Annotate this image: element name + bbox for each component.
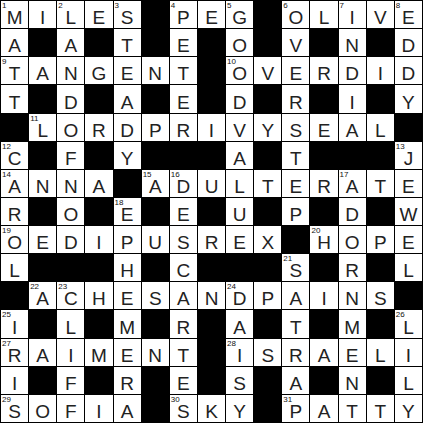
cell-r10c3[interactable]: H <box>85 282 112 309</box>
cell-r0c1[interactable]: I <box>29 1 56 28</box>
cell-r8c8[interactable]: E <box>226 226 253 253</box>
cell-letter: A <box>121 92 134 113</box>
cell-r1c2[interactable]: A <box>57 29 84 56</box>
cell-letter: D <box>233 288 247 309</box>
cell-r0c2[interactable]: 2L <box>57 1 84 28</box>
cell-r5c4[interactable]: Y <box>114 142 141 169</box>
cell-r2c9[interactable]: V <box>254 57 281 84</box>
cell-r4c5[interactable]: P <box>142 114 169 141</box>
cell-letter: H <box>120 260 134 281</box>
cell-letter: L <box>234 176 245 197</box>
cell-r7c4[interactable]: 18E <box>114 198 141 225</box>
cell-r10c10[interactable]: A <box>282 282 309 309</box>
cell-r6c14[interactable]: E <box>395 170 422 197</box>
black-cell-r5c13 <box>367 142 394 169</box>
cell-r3c4[interactable]: A <box>114 85 141 112</box>
cell-r4c1[interactable]: 11L <box>29 114 56 141</box>
cell-r9c0[interactable]: L <box>1 254 28 281</box>
cell-r6c1[interactable]: N <box>29 170 56 197</box>
cell-r8c0[interactable]: 19O <box>1 226 28 253</box>
clue-number-2: 2 <box>58 1 62 10</box>
cell-letter: A <box>290 373 303 394</box>
cell-letter: P <box>121 232 134 253</box>
clue-number-31: 31 <box>283 395 292 404</box>
black-cell-r5c12 <box>339 142 366 169</box>
cell-r0c10[interactable]: 6O <box>282 1 309 28</box>
clue-number-30: 30 <box>171 395 180 404</box>
cell-r4c3[interactable]: R <box>85 114 112 141</box>
cell-r5c0[interactable]: 12C <box>1 142 28 169</box>
cell-r3c14[interactable]: Y <box>395 85 422 112</box>
cell-r2c6[interactable]: T <box>170 57 197 84</box>
cell-r3c8[interactable]: D <box>226 85 253 112</box>
cell-letter: I <box>209 120 214 141</box>
cell-letter: E <box>177 35 190 56</box>
black-cell-r3c5 <box>142 85 169 112</box>
cell-r14c1[interactable]: O <box>29 395 56 422</box>
cell-r12c5[interactable]: N <box>142 339 169 366</box>
cell-letter: A <box>233 148 246 169</box>
cell-r2c10[interactable]: E <box>282 57 309 84</box>
cell-r12c9[interactable]: S <box>254 339 281 366</box>
cell-r7c10[interactable]: P <box>282 198 309 225</box>
cell-letter: I <box>350 92 355 113</box>
cell-r2c13[interactable]: I <box>367 57 394 84</box>
cell-r5c10[interactable]: T <box>282 142 309 169</box>
cell-r12c12[interactable]: E <box>339 339 366 366</box>
cell-r1c8[interactable]: O <box>226 29 253 56</box>
cell-r14c4[interactable]: A <box>114 395 141 422</box>
cell-r0c13[interactable]: V <box>367 1 394 28</box>
cell-r14c8[interactable]: Y <box>226 395 253 422</box>
cell-r6c9[interactable]: T <box>254 170 281 197</box>
cell-letter: E <box>290 176 303 197</box>
black-cell-r7c7 <box>198 198 225 225</box>
cell-letter: A <box>121 401 134 422</box>
cell-letter: U <box>148 232 162 253</box>
cell-letter: I <box>237 345 242 366</box>
cell-letter: A <box>8 176 21 197</box>
clue-number-10: 10 <box>227 57 236 66</box>
cell-r8c7[interactable]: R <box>198 226 225 253</box>
cell-letter: J <box>404 148 414 169</box>
cell-letter: A <box>149 176 162 197</box>
cell-r8c1[interactable]: E <box>29 226 56 253</box>
cell-r4c13[interactable]: L <box>367 114 394 141</box>
cell-r10c6[interactable]: A <box>170 282 197 309</box>
cell-r13c8[interactable]: S <box>226 367 253 394</box>
cell-letter: R <box>8 345 22 366</box>
cell-letter: E <box>205 7 218 28</box>
cell-r12c0[interactable]: 27R <box>1 339 28 366</box>
cell-r2c8[interactable]: 10O <box>226 57 253 84</box>
cell-letter: A <box>36 288 49 309</box>
black-cell-r3c13 <box>367 85 394 112</box>
cell-r5c8[interactable]: A <box>226 142 253 169</box>
cell-r2c5[interactable]: N <box>142 57 169 84</box>
cell-letter: T <box>9 63 21 84</box>
black-cell-r5c5 <box>142 142 169 169</box>
cell-r6c0[interactable]: 14A <box>1 170 28 197</box>
cell-letter: V <box>290 35 303 56</box>
cell-r13c10[interactable]: A <box>282 367 309 394</box>
cell-r6c12[interactable]: 17A <box>339 170 366 197</box>
cell-r12c2[interactable]: I <box>57 339 84 366</box>
cell-letter: O <box>35 401 50 422</box>
clue-number-23: 23 <box>58 282 67 291</box>
black-cell-r7c11 <box>310 198 337 225</box>
cell-r8c2[interactable]: D <box>57 226 84 253</box>
cell-letter: P <box>261 288 274 309</box>
cell-r11c0[interactable]: 25I <box>1 310 28 337</box>
cell-r3c10[interactable]: R <box>282 85 309 112</box>
cell-r0c0[interactable]: 1M <box>1 1 28 28</box>
cell-letter: H <box>317 232 331 253</box>
cell-letter: A <box>8 35 21 56</box>
clue-number-29: 29 <box>2 395 11 404</box>
black-cell-r4c0 <box>1 114 28 141</box>
clue-number-9: 9 <box>2 57 6 66</box>
cell-r3c2[interactable]: D <box>57 85 84 112</box>
black-cell-r9c2 <box>57 254 84 281</box>
cell-letter: N <box>345 373 359 394</box>
cell-r10c1[interactable]: 22A <box>29 282 56 309</box>
cell-letter: E <box>402 7 415 28</box>
black-cell-r5c7 <box>198 142 225 169</box>
cell-letter: R <box>317 176 331 197</box>
cell-r0c14[interactable]: 8E <box>395 1 422 28</box>
cell-r8c3[interactable]: I <box>85 226 112 253</box>
cell-r11c8[interactable]: A <box>226 310 253 337</box>
clue-number-8: 8 <box>396 1 400 10</box>
black-cell-r9c5 <box>142 254 169 281</box>
cell-r14c2[interactable]: F <box>57 395 84 422</box>
cell-r11c6[interactable]: R <box>170 310 197 337</box>
cell-r0c4[interactable]: 3S <box>114 1 141 28</box>
cell-letter: L <box>319 7 330 28</box>
black-cell-r4c14 <box>395 114 422 141</box>
cell-letter: R <box>92 120 106 141</box>
cell-r6c7[interactable]: U <box>198 170 225 197</box>
cell-letter: S <box>121 7 134 28</box>
cell-r0c12[interactable]: 7I <box>339 1 366 28</box>
black-cell-r5c11 <box>310 142 337 169</box>
black-cell-r1c1 <box>29 29 56 56</box>
clue-number-26: 26 <box>396 310 405 319</box>
cell-r12c11[interactable]: A <box>310 339 337 366</box>
cell-r7c14[interactable]: W <box>395 198 422 225</box>
cell-letter: G <box>232 7 247 28</box>
cell-r9c12[interactable]: R <box>339 254 366 281</box>
cell-r12c3[interactable]: M <box>85 339 112 366</box>
cell-r8c9[interactable]: X <box>254 226 281 253</box>
cell-r14c11[interactable]: A <box>310 395 337 422</box>
cell-r0c6[interactable]: 4P <box>170 1 197 28</box>
cell-r2c14[interactable]: D <box>395 57 422 84</box>
cell-letter: T <box>121 35 133 56</box>
cell-r10c12[interactable]: N <box>339 282 366 309</box>
cell-letter: N <box>148 345 162 366</box>
cell-r10c2[interactable]: 23C <box>57 282 84 309</box>
cell-letter: F <box>65 401 77 422</box>
cell-r2c11[interactable]: R <box>310 57 337 84</box>
cell-r1c0[interactable]: A <box>1 29 28 56</box>
cell-r1c10[interactable]: V <box>282 29 309 56</box>
cell-letter: E <box>177 373 190 394</box>
cell-letter: S <box>8 401 21 422</box>
cell-letter: S <box>177 232 190 253</box>
cell-r2c4[interactable]: E <box>114 57 141 84</box>
black-cell-r1c5 <box>142 29 169 56</box>
black-cell-r9c7 <box>198 254 225 281</box>
cell-r14c3[interactable]: I <box>85 395 112 422</box>
black-cell-r11c9 <box>254 310 281 337</box>
cell-r12c4[interactable]: E <box>114 339 141 366</box>
cell-r10c4[interactable]: E <box>114 282 141 309</box>
cell-letter: V <box>233 120 246 141</box>
black-cell-r1c9 <box>254 29 281 56</box>
cell-letter: P <box>290 401 303 422</box>
cell-r2c2[interactable]: N <box>57 57 84 84</box>
cell-r4c4[interactable]: D <box>114 114 141 141</box>
black-cell-r10c0 <box>1 282 28 309</box>
clue-number-22: 22 <box>30 282 39 291</box>
cell-r8c11[interactable]: 20H <box>310 226 337 253</box>
cell-letter: I <box>96 232 101 253</box>
cell-letter: T <box>290 148 302 169</box>
cell-r7c2[interactable]: O <box>57 198 84 225</box>
clue-number-27: 27 <box>2 339 11 348</box>
cell-letter: T <box>178 63 190 84</box>
clue-number-15: 15 <box>143 170 152 179</box>
cell-letter: N <box>148 63 162 84</box>
cell-letter: S <box>261 345 274 366</box>
clue-number-4: 4 <box>171 1 175 10</box>
black-cell-r10c14 <box>395 282 422 309</box>
cell-r4c9[interactable]: Y <box>254 114 281 141</box>
cell-letter: L <box>403 260 414 281</box>
cell-r6c6[interactable]: 16D <box>170 170 197 197</box>
cell-letter: M <box>7 7 23 28</box>
cell-letter: O <box>289 7 304 28</box>
cell-r0c11[interactable]: L <box>310 1 337 28</box>
clue-number-20: 20 <box>311 226 320 235</box>
cell-r11c10[interactable]: T <box>282 310 309 337</box>
cell-r4c10[interactable]: S <box>282 114 309 141</box>
cell-r8c4[interactable]: P <box>114 226 141 253</box>
cell-r7c8[interactable]: U <box>226 198 253 225</box>
cell-r7c6[interactable]: E <box>170 198 197 225</box>
cell-r6c2[interactable]: N <box>57 170 84 197</box>
cell-r4c11[interactable]: E <box>310 114 337 141</box>
cell-r12c8[interactable]: 28I <box>226 339 253 366</box>
cell-r14c0[interactable]: 29S <box>1 395 28 422</box>
cell-r0c3[interactable]: E <box>85 1 112 28</box>
cell-letter: N <box>64 63 78 84</box>
cell-letter: D <box>345 204 359 225</box>
clue-number-3: 3 <box>115 1 119 10</box>
black-cell-r7c3 <box>85 198 112 225</box>
cell-r12c6[interactable]: T <box>170 339 197 366</box>
cell-r8c5[interactable]: U <box>142 226 169 253</box>
black-cell-r11c13 <box>367 310 394 337</box>
cell-r12c1[interactable]: A <box>29 339 56 366</box>
cell-r8c13[interactable]: P <box>367 226 394 253</box>
cell-r14c10[interactable]: 31P <box>282 395 309 422</box>
cell-r14c6[interactable]: 30S <box>170 395 197 422</box>
cell-letter: I <box>68 345 73 366</box>
cell-r3c6[interactable]: E <box>170 85 197 112</box>
cell-letter: M <box>119 317 135 338</box>
black-cell-r3c9 <box>254 85 281 112</box>
cell-r13c4[interactable]: R <box>114 367 141 394</box>
cell-letter: S <box>374 288 387 309</box>
cell-letter: E <box>290 63 303 84</box>
cell-letter: Y <box>402 401 415 422</box>
black-cell-r3c3 <box>85 85 112 112</box>
cell-r8c12[interactable]: O <box>339 226 366 253</box>
cell-r2c1[interactable]: A <box>29 57 56 84</box>
cell-r8c14[interactable]: E <box>395 226 422 253</box>
cell-r2c3[interactable]: G <box>85 57 112 84</box>
cell-r12c13[interactable]: L <box>367 339 394 366</box>
cell-r13c12[interactable]: N <box>339 367 366 394</box>
cell-letter: I <box>350 7 355 28</box>
black-cell-r5c3 <box>85 142 112 169</box>
cell-letter: O <box>232 63 247 84</box>
cell-r12c10[interactable]: R <box>282 339 309 366</box>
black-cell-r1c13 <box>367 29 394 56</box>
black-cell-r14c5 <box>142 395 169 422</box>
black-cell-r7c1 <box>29 198 56 225</box>
cell-letter: E <box>177 92 190 113</box>
cell-letter: S <box>177 401 190 422</box>
cell-r1c4[interactable]: T <box>114 29 141 56</box>
cell-letter: R <box>176 120 190 141</box>
cell-r10c5[interactable]: S <box>142 282 169 309</box>
cell-r13c0[interactable]: I <box>1 367 28 394</box>
cell-r6c3[interactable]: A <box>85 170 112 197</box>
cell-r14c12[interactable]: T <box>339 395 366 422</box>
cell-r6c8[interactable]: L <box>226 170 253 197</box>
cell-r12c14[interactable]: I <box>395 339 422 366</box>
cell-r0c7[interactable]: E <box>198 1 225 28</box>
cell-r7c12[interactable]: D <box>339 198 366 225</box>
cell-r10c7[interactable]: N <box>198 282 225 309</box>
cell-r1c14[interactable]: D <box>395 29 422 56</box>
cell-r11c4[interactable]: M <box>114 310 141 337</box>
clue-number-5: 5 <box>227 1 231 10</box>
cell-r9c14[interactable]: L <box>395 254 422 281</box>
cell-r5c14[interactable]: 13J <box>395 142 422 169</box>
clue-number-6: 6 <box>283 1 287 10</box>
cell-r4c12[interactable]: A <box>339 114 366 141</box>
cell-letter: I <box>406 345 411 366</box>
cell-r10c9[interactable]: P <box>254 282 281 309</box>
cell-r2c12[interactable]: D <box>339 57 366 84</box>
cell-r14c14[interactable]: Y <box>395 395 422 422</box>
cell-r3c0[interactable]: T <box>1 85 28 112</box>
cell-letter: O <box>7 232 22 253</box>
clue-number-14: 14 <box>2 170 11 179</box>
black-cell-r9c3 <box>85 254 112 281</box>
cell-letter: F <box>65 148 77 169</box>
cell-r9c10[interactable]: 21S <box>282 254 309 281</box>
clue-number-11: 11 <box>30 114 38 123</box>
cell-r8c6[interactable]: S <box>170 226 197 253</box>
cell-letter: N <box>345 35 359 56</box>
cell-r2c0[interactable]: 9T <box>1 57 28 84</box>
cell-r11c2[interactable]: L <box>57 310 84 337</box>
cell-letter: U <box>233 204 247 225</box>
cell-letter: I <box>12 317 17 338</box>
cell-letter: D <box>402 35 416 56</box>
cell-letter: M <box>344 317 360 338</box>
cell-r0c8[interactable]: 5G <box>226 1 253 28</box>
cell-letter: E <box>121 204 134 225</box>
cell-letter: E <box>233 232 246 253</box>
cell-r4c7[interactable]: I <box>198 114 225 141</box>
black-cell-r3c1 <box>29 85 56 112</box>
cell-r3c12[interactable]: I <box>339 85 366 112</box>
clue-number-17: 17 <box>340 170 349 179</box>
cell-letter: V <box>374 7 387 28</box>
cell-r9c6[interactable]: C <box>170 254 197 281</box>
cell-r11c14[interactable]: 26L <box>395 310 422 337</box>
clue-number-24: 24 <box>227 282 236 291</box>
cell-letter: I <box>96 401 101 422</box>
cell-r4c2[interactable]: O <box>57 114 84 141</box>
cell-letter: A <box>290 288 303 309</box>
cell-letter: I <box>321 288 326 309</box>
cell-letter: T <box>290 317 302 338</box>
cell-r6c5[interactable]: 15A <box>142 170 169 197</box>
cell-letter: O <box>345 232 360 253</box>
cell-r4c8[interactable]: V <box>226 114 253 141</box>
cell-r10c13[interactable]: S <box>367 282 394 309</box>
cell-letter: Y <box>121 148 134 169</box>
cell-r6c11[interactable]: R <box>310 170 337 197</box>
cell-letter: M <box>91 345 107 366</box>
cell-letter: Y <box>233 401 246 422</box>
black-cell-r1c7 <box>198 29 225 56</box>
cell-letter: A <box>346 176 359 197</box>
cell-r5c2[interactable]: F <box>57 142 84 169</box>
cell-r6c10[interactable]: E <box>282 170 309 197</box>
cell-r11c12[interactable]: M <box>339 310 366 337</box>
cell-r13c2[interactable]: F <box>57 367 84 394</box>
cell-r14c7[interactable]: K <box>198 395 225 422</box>
cell-r14c13[interactable]: T <box>367 395 394 422</box>
cell-r9c4[interactable]: H <box>114 254 141 281</box>
cell-letter: K <box>205 401 218 422</box>
cell-r1c6[interactable]: E <box>170 29 197 56</box>
black-cell-r5c6 <box>170 142 197 169</box>
cell-r7c0[interactable]: R <box>1 198 28 225</box>
cell-r13c14[interactable]: L <box>395 367 422 394</box>
cell-r10c11[interactable]: I <box>310 282 337 309</box>
cell-r4c6[interactable]: R <box>170 114 197 141</box>
cell-letter: L <box>375 345 386 366</box>
black-cell-r3c11 <box>310 85 337 112</box>
cell-r6c13[interactable]: T <box>367 170 394 197</box>
cell-r1c12[interactable]: N <box>339 29 366 56</box>
cell-r13c6[interactable]: E <box>170 367 197 394</box>
cell-letter: L <box>9 260 20 281</box>
cell-letter: E <box>402 232 415 253</box>
cell-r10c8[interactable]: 24D <box>226 282 253 309</box>
cell-letter: I <box>40 7 45 28</box>
